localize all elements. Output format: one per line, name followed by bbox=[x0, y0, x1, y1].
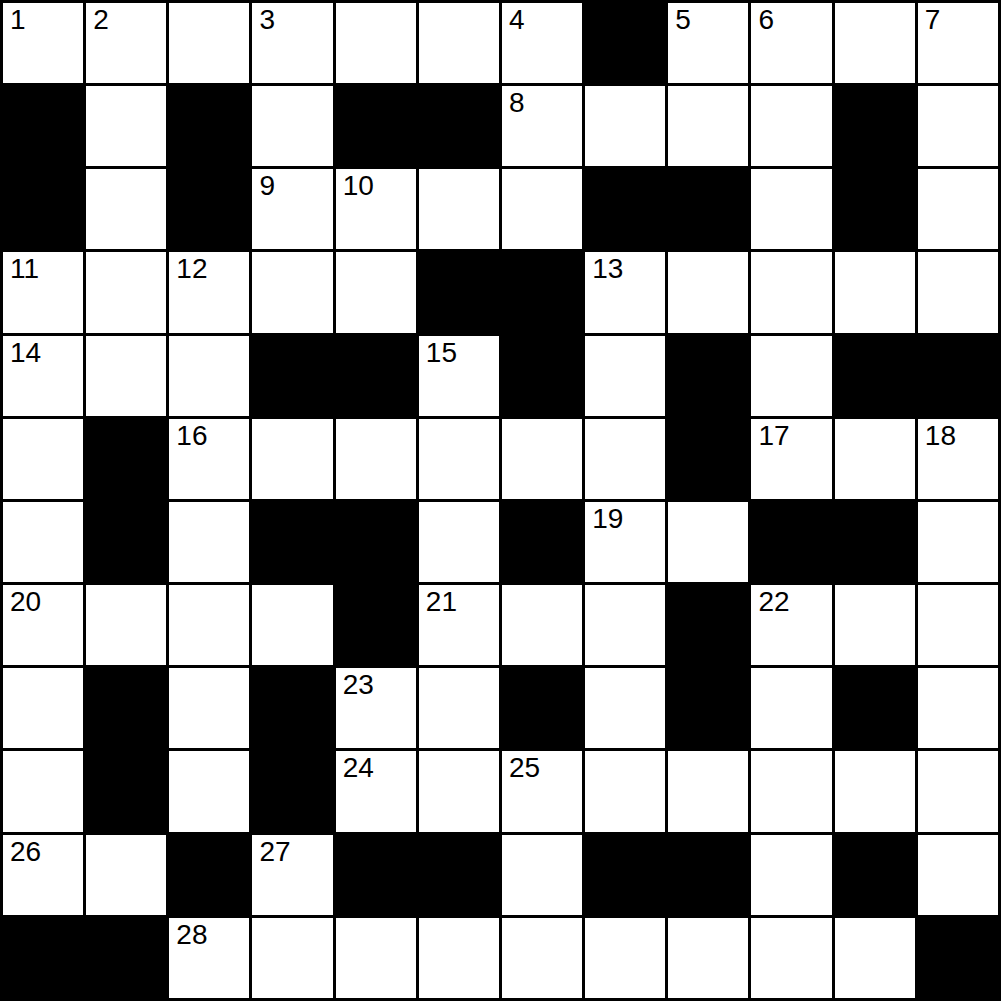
clue-number-28: 28 bbox=[176, 920, 207, 949]
cell-r4-c1[interactable]: 11 bbox=[3, 252, 83, 332]
cell-r1-c1[interactable]: 1 bbox=[3, 3, 83, 83]
cell-r9-c6[interactable] bbox=[419, 668, 499, 748]
cell-r2-c12[interactable] bbox=[918, 86, 998, 166]
cell-r1-c3[interactable] bbox=[169, 3, 249, 83]
cell-r3-c6[interactable] bbox=[419, 169, 499, 249]
cell-r1-c8 bbox=[585, 3, 665, 83]
clue-number-9: 9 bbox=[259, 171, 275, 200]
cell-r7-c6[interactable] bbox=[419, 502, 499, 582]
cell-r9-c5[interactable]: 23 bbox=[336, 668, 416, 748]
cell-r3-c3 bbox=[169, 169, 249, 249]
clue-number-1: 1 bbox=[10, 5, 26, 34]
cell-r3-c12[interactable] bbox=[918, 169, 998, 249]
cell-r10-c11[interactable] bbox=[835, 751, 915, 831]
cell-r4-c3[interactable]: 12 bbox=[169, 252, 249, 332]
cell-r11-c1[interactable]: 26 bbox=[3, 835, 83, 915]
cell-r5-c1[interactable]: 14 bbox=[3, 336, 83, 416]
cell-r6-c7[interactable] bbox=[502, 419, 582, 499]
cell-r2-c2[interactable] bbox=[86, 86, 166, 166]
cell-r4-c4[interactable] bbox=[252, 252, 332, 332]
cell-r10-c1[interactable] bbox=[3, 751, 83, 831]
cell-r11-c9 bbox=[668, 835, 748, 915]
cell-r5-c10[interactable] bbox=[751, 336, 831, 416]
cell-r5-c11 bbox=[835, 336, 915, 416]
cell-r9-c8[interactable] bbox=[585, 668, 665, 748]
cell-r1-c4[interactable]: 3 bbox=[252, 3, 332, 83]
clue-number-12: 12 bbox=[176, 254, 207, 283]
cell-r10-c4 bbox=[252, 751, 332, 831]
cell-r7-c4 bbox=[252, 502, 332, 582]
cell-r12-c6[interactable] bbox=[419, 918, 499, 998]
cell-r2-c1 bbox=[3, 86, 83, 166]
clue-number-10: 10 bbox=[343, 171, 374, 200]
cell-r11-c12[interactable] bbox=[918, 835, 998, 915]
cell-r2-c3 bbox=[169, 86, 249, 166]
cell-r10-c8[interactable] bbox=[585, 751, 665, 831]
cell-r2-c8[interactable] bbox=[585, 86, 665, 166]
cell-r7-c10 bbox=[751, 502, 831, 582]
cell-r1-c10[interactable]: 6 bbox=[751, 3, 831, 83]
cell-r9-c7 bbox=[502, 668, 582, 748]
cell-r9-c12[interactable] bbox=[918, 668, 998, 748]
clue-number-26: 26 bbox=[10, 837, 41, 866]
cell-r6-c4[interactable] bbox=[252, 419, 332, 499]
cell-r8-c2[interactable] bbox=[86, 585, 166, 665]
clue-number-5: 5 bbox=[675, 5, 691, 34]
cell-r8-c8[interactable] bbox=[585, 585, 665, 665]
cell-r1-c6[interactable] bbox=[419, 3, 499, 83]
cell-r11-c5 bbox=[336, 835, 416, 915]
cell-r7-c9[interactable] bbox=[668, 502, 748, 582]
cell-r7-c7 bbox=[502, 502, 582, 582]
cell-r6-c12[interactable]: 18 bbox=[918, 419, 998, 499]
clue-number-11: 11 bbox=[10, 254, 39, 283]
cell-r9-c11 bbox=[835, 668, 915, 748]
cell-r4-c8[interactable]: 13 bbox=[585, 252, 665, 332]
cell-r6-c11[interactable] bbox=[835, 419, 915, 499]
cell-r1-c2[interactable]: 2 bbox=[86, 3, 166, 83]
cell-r11-c2[interactable] bbox=[86, 835, 166, 915]
cell-r3-c11 bbox=[835, 169, 915, 249]
clue-number-20: 20 bbox=[10, 587, 41, 616]
cell-r5-c4 bbox=[252, 336, 332, 416]
cell-r2-c10[interactable] bbox=[751, 86, 831, 166]
cell-r12-c2 bbox=[86, 918, 166, 998]
cell-r11-c7[interactable] bbox=[502, 835, 582, 915]
cell-r10-c5[interactable]: 24 bbox=[336, 751, 416, 831]
cell-r11-c4[interactable]: 27 bbox=[252, 835, 332, 915]
cell-r1-c12[interactable]: 7 bbox=[918, 3, 998, 83]
cell-r5-c5 bbox=[336, 336, 416, 416]
cell-r7-c3[interactable] bbox=[169, 502, 249, 582]
cell-r3-c5[interactable]: 10 bbox=[336, 169, 416, 249]
cell-r9-c9 bbox=[668, 668, 748, 748]
clue-number-8: 8 bbox=[509, 88, 525, 117]
cell-r10-c6[interactable] bbox=[419, 751, 499, 831]
cell-r1-c9[interactable]: 5 bbox=[668, 3, 748, 83]
clue-number-23: 23 bbox=[343, 670, 374, 699]
cell-r12-c12 bbox=[918, 918, 998, 998]
cell-r12-c5[interactable] bbox=[336, 918, 416, 998]
cell-r3-c2[interactable] bbox=[86, 169, 166, 249]
cell-r11-c11 bbox=[835, 835, 915, 915]
cell-r8-c7[interactable] bbox=[502, 585, 582, 665]
cell-r2-c7[interactable]: 8 bbox=[502, 86, 582, 166]
cell-r6-c6[interactable] bbox=[419, 419, 499, 499]
cell-r9-c10[interactable] bbox=[751, 668, 831, 748]
cell-r3-c1 bbox=[3, 169, 83, 249]
cell-r8-c1[interactable]: 20 bbox=[3, 585, 83, 665]
cell-r5-c2[interactable] bbox=[86, 336, 166, 416]
cell-r12-c9[interactable] bbox=[668, 918, 748, 998]
cell-r3-c8 bbox=[585, 169, 665, 249]
cell-r3-c7[interactable] bbox=[502, 169, 582, 249]
cell-r10-c9[interactable] bbox=[668, 751, 748, 831]
clue-number-6: 6 bbox=[758, 5, 774, 34]
clue-number-27: 27 bbox=[259, 837, 290, 866]
clue-number-2: 2 bbox=[93, 5, 109, 34]
crossword-board: 1234567891011121314151617181920212223242… bbox=[0, 0, 1001, 1001]
cell-r2-c6 bbox=[419, 86, 499, 166]
cell-r1-c5[interactable] bbox=[336, 3, 416, 83]
cell-r8-c6[interactable]: 21 bbox=[419, 585, 499, 665]
cell-r12-c8[interactable] bbox=[585, 918, 665, 998]
clue-number-13: 13 bbox=[592, 254, 623, 283]
cell-r5-c3[interactable] bbox=[169, 336, 249, 416]
cell-r8-c12[interactable] bbox=[918, 585, 998, 665]
clue-number-14: 14 bbox=[10, 338, 41, 367]
cell-r7-c8[interactable]: 19 bbox=[585, 502, 665, 582]
cell-r5-c12 bbox=[918, 336, 998, 416]
cell-r10-c12[interactable] bbox=[918, 751, 998, 831]
cell-r6-c1[interactable] bbox=[3, 419, 83, 499]
cell-r11-c6 bbox=[419, 835, 499, 915]
cell-r12-c3[interactable]: 28 bbox=[169, 918, 249, 998]
cell-r8-c10[interactable]: 22 bbox=[751, 585, 831, 665]
cell-r4-c11[interactable] bbox=[835, 252, 915, 332]
clue-number-15: 15 bbox=[426, 338, 457, 367]
cell-r7-c12[interactable] bbox=[918, 502, 998, 582]
clue-number-18: 18 bbox=[925, 421, 956, 450]
cell-r5-c6[interactable]: 15 bbox=[419, 336, 499, 416]
clue-number-24: 24 bbox=[343, 753, 374, 782]
clue-number-4: 4 bbox=[509, 5, 525, 34]
cell-r3-c9 bbox=[668, 169, 748, 249]
cell-r12-c7[interactable] bbox=[502, 918, 582, 998]
cell-r10-c10[interactable] bbox=[751, 751, 831, 831]
cell-r7-c2 bbox=[86, 502, 166, 582]
cell-r9-c2 bbox=[86, 668, 166, 748]
cell-r8-c11[interactable] bbox=[835, 585, 915, 665]
clue-number-7: 7 bbox=[925, 5, 941, 34]
cell-r2-c9[interactable] bbox=[668, 86, 748, 166]
cell-r3-c4[interactable]: 9 bbox=[252, 169, 332, 249]
cell-r2-c5 bbox=[336, 86, 416, 166]
cell-r6-c8[interactable] bbox=[585, 419, 665, 499]
cell-r9-c3[interactable] bbox=[169, 668, 249, 748]
cell-r4-c7 bbox=[502, 252, 582, 332]
cell-r7-c1[interactable] bbox=[3, 502, 83, 582]
cell-r11-c3 bbox=[169, 835, 249, 915]
clue-number-25: 25 bbox=[509, 753, 540, 782]
cell-r10-c2 bbox=[86, 751, 166, 831]
cell-r11-c8 bbox=[585, 835, 665, 915]
cell-r8-c4[interactable] bbox=[252, 585, 332, 665]
cell-r2-c11 bbox=[835, 86, 915, 166]
cell-r11-c10[interactable] bbox=[751, 835, 831, 915]
cell-r9-c4 bbox=[252, 668, 332, 748]
cell-r5-c8[interactable] bbox=[585, 336, 665, 416]
cell-r4-c9[interactable] bbox=[668, 252, 748, 332]
cell-r6-c10[interactable]: 17 bbox=[751, 419, 831, 499]
clue-number-19: 19 bbox=[592, 504, 623, 533]
cell-r4-c12[interactable] bbox=[918, 252, 998, 332]
cell-r4-c2[interactable] bbox=[86, 252, 166, 332]
cell-r6-c9 bbox=[668, 419, 748, 499]
cell-r3-c10[interactable] bbox=[751, 169, 831, 249]
cell-r1-c7[interactable]: 4 bbox=[502, 3, 582, 83]
clue-number-17: 17 bbox=[758, 421, 789, 450]
clue-number-16: 16 bbox=[176, 421, 207, 450]
cell-r5-c7 bbox=[502, 336, 582, 416]
cell-r8-c5 bbox=[336, 585, 416, 665]
clue-number-3: 3 bbox=[259, 5, 275, 34]
cell-r12-c1 bbox=[3, 918, 83, 998]
cell-r12-c10[interactable] bbox=[751, 918, 831, 998]
cell-r4-c10[interactable] bbox=[751, 252, 831, 332]
cell-r4-c6 bbox=[419, 252, 499, 332]
cell-r6-c3[interactable]: 16 bbox=[169, 419, 249, 499]
cell-r10-c3[interactable] bbox=[169, 751, 249, 831]
clue-number-21: 21 bbox=[426, 587, 457, 616]
cell-r12-c11[interactable] bbox=[835, 918, 915, 998]
cell-r2-c4[interactable] bbox=[252, 86, 332, 166]
cell-r10-c7[interactable]: 25 bbox=[502, 751, 582, 831]
clue-number-22: 22 bbox=[758, 587, 789, 616]
cell-r12-c4[interactable] bbox=[252, 918, 332, 998]
cell-r1-c11[interactable] bbox=[835, 3, 915, 83]
cell-r6-c2 bbox=[86, 419, 166, 499]
cell-r7-c11 bbox=[835, 502, 915, 582]
cell-r8-c9 bbox=[668, 585, 748, 665]
cell-r5-c9 bbox=[668, 336, 748, 416]
cell-r9-c1[interactable] bbox=[3, 668, 83, 748]
cell-r7-c5 bbox=[336, 502, 416, 582]
cell-r6-c5[interactable] bbox=[336, 419, 416, 499]
cell-r4-c5[interactable] bbox=[336, 252, 416, 332]
cell-r8-c3[interactable] bbox=[169, 585, 249, 665]
